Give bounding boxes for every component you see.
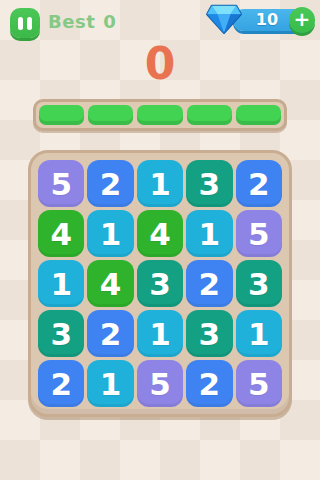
tile-r5c5[interactable]: 5 — [236, 360, 282, 407]
diamond-icon — [205, 2, 243, 36]
pause-icon — [18, 17, 32, 30]
tile-r5c3[interactable]: 5 — [137, 360, 183, 407]
tile-r1c4[interactable]: 3 — [186, 160, 232, 207]
tile-r2c3[interactable]: 4 — [137, 210, 183, 257]
tile-r2c2[interactable]: 1 — [87, 210, 133, 257]
tile-r3c1[interactable]: 1 — [38, 260, 84, 307]
tile-r1c2[interactable]: 2 — [87, 160, 133, 207]
tile-r5c4[interactable]: 2 — [186, 360, 232, 407]
tile-r4c3[interactable]: 1 — [137, 310, 183, 357]
best-value: 0 — [103, 11, 116, 32]
tile-r5c1[interactable]: 2 — [38, 360, 84, 407]
progress-segment — [137, 105, 182, 125]
score-value: 0 — [0, 38, 320, 89]
add-gems-button[interactable]: + — [289, 7, 315, 33]
progress-segment — [236, 105, 281, 125]
progress-tray — [33, 99, 287, 131]
pause-button[interactable] — [10, 8, 40, 38]
progress-segment — [187, 105, 232, 125]
tile-r3c4[interactable]: 2 — [186, 260, 232, 307]
tile-r4c5[interactable]: 1 — [236, 310, 282, 357]
game-screen: { "game": "number-merge puzzle (Get Ten … — [0, 0, 320, 480]
tile-r4c1[interactable]: 3 — [38, 310, 84, 357]
tile-r3c5[interactable]: 3 — [236, 260, 282, 307]
tile-r5c2[interactable]: 1 — [87, 360, 133, 407]
tile-r1c3[interactable]: 1 — [137, 160, 183, 207]
progress-segment — [88, 105, 133, 125]
gem-counter: 10 + — [217, 9, 313, 31]
tile-r1c5[interactable]: 2 — [236, 160, 282, 207]
best-score: Best 0 — [48, 11, 116, 32]
tile-r1c1[interactable]: 5 — [38, 160, 84, 207]
tile-r4c4[interactable]: 3 — [186, 310, 232, 357]
tile-r4c2[interactable]: 2 — [87, 310, 133, 357]
tile-r2c1[interactable]: 4 — [38, 210, 84, 257]
progress-segment — [39, 105, 84, 125]
tile-r3c2[interactable]: 4 — [87, 260, 133, 307]
gem-count: 10 — [247, 9, 287, 31]
tile-r2c4[interactable]: 1 — [186, 210, 232, 257]
best-label: Best — [48, 11, 95, 32]
tile-r3c3[interactable]: 3 — [137, 260, 183, 307]
tile-r2c5[interactable]: 5 — [236, 210, 282, 257]
board-grid: 5213241415143233213121525 — [28, 150, 292, 417]
